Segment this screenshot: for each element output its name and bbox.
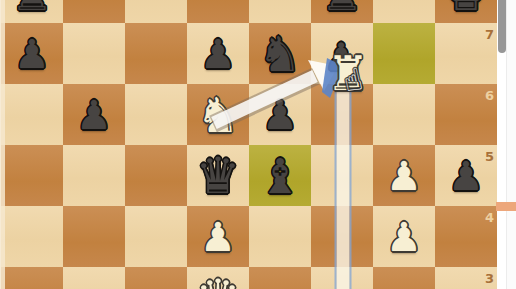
square-b7[interactable] — [63, 23, 125, 84]
scrollbar-thumb[interactable] — [498, 0, 506, 53]
square-g8[interactable] — [373, 0, 435, 23]
square-f3[interactable] — [311, 267, 373, 289]
square-a4[interactable] — [1, 206, 63, 267]
piece-black-queen-d5[interactable]: ♛ — [196, 151, 241, 201]
square-b5[interactable] — [63, 145, 125, 206]
piece-white-knight-d6[interactable]: ♞ — [196, 91, 239, 139]
rank-label-6: 6 — [470, 88, 494, 103]
piece-black-rook-f8[interactable]: ♜ — [320, 0, 363, 17]
rank-label-7: 7 — [470, 27, 494, 42]
piece-white-pawn-d4[interactable]: ♟ — [200, 217, 236, 257]
square-a3[interactable] — [1, 267, 63, 289]
square-g3[interactable] — [373, 267, 435, 289]
piece-black-knight-e7[interactable]: ♞ — [258, 30, 301, 78]
square-b4[interactable] — [63, 206, 125, 267]
piece-black-pawn-b6[interactable]: ♟ — [76, 95, 112, 135]
square-g6[interactable] — [373, 84, 435, 145]
rank-label-5: 5 — [470, 149, 494, 164]
square-e8[interactable] — [249, 0, 311, 23]
square-e4[interactable] — [249, 206, 311, 267]
piece-black-pawn-a7[interactable]: ♟ — [14, 34, 50, 74]
square-c5[interactable] — [125, 145, 187, 206]
square-b8[interactable] — [63, 0, 125, 23]
square-f4[interactable] — [311, 206, 373, 267]
square-b3[interactable] — [63, 267, 125, 289]
square-c6[interactable] — [125, 84, 187, 145]
piece-black-pawn-d7[interactable]: ♟ — [200, 34, 236, 74]
square-c7[interactable] — [125, 23, 187, 84]
rank-label-3: 3 — [470, 271, 494, 286]
piece-black-king-h8[interactable]: ♚ — [444, 0, 487, 17]
square-c3[interactable] — [125, 267, 187, 289]
piece-black-bishop-e5[interactable]: ♝ — [258, 152, 301, 200]
piece-white-pawn-g5[interactable]: ♟ — [386, 156, 422, 196]
piece-black-pawn-e6[interactable]: ♟ — [262, 95, 298, 135]
square-g7-highlighted[interactable] — [373, 23, 435, 84]
rank-label-4: 4 — [470, 210, 494, 225]
square-a5[interactable] — [1, 145, 63, 206]
square-c4[interactable] — [125, 206, 187, 267]
square-d8[interactable] — [187, 0, 249, 23]
square-f5[interactable] — [311, 145, 373, 206]
left-edge-artifact — [0, 0, 5, 289]
scrollbar-orange-marker — [496, 202, 516, 211]
square-e3[interactable] — [249, 267, 311, 289]
chess-app-window: ♜♜♚♟♟♞♟♞♟♛♝♟♟♟♟♛ ♟ ♜ ☝ 76543 — [0, 0, 516, 289]
chess-board[interactable]: ♜♜♚♟♟♞♟♞♟♛♝♟♟♟♟♛ — [0, 0, 497, 289]
square-a6[interactable] — [1, 84, 63, 145]
piece-white-queen-d3[interactable]: ♛ — [196, 273, 241, 289]
piece-black-rook-a8[interactable]: ♜ — [10, 0, 53, 17]
piece-white-pawn-g4[interactable]: ♟ — [386, 217, 422, 257]
square-c8[interactable] — [125, 0, 187, 23]
